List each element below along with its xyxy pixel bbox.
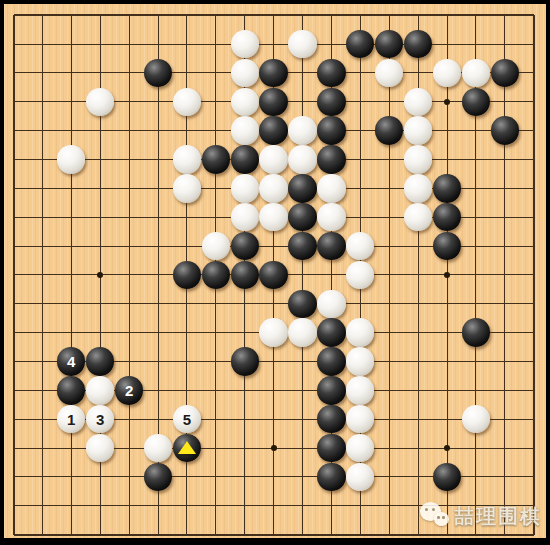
grid-line-horizontal	[14, 534, 534, 536]
black-stone	[317, 88, 345, 116]
black-stone	[173, 434, 201, 462]
black-stone	[173, 261, 201, 289]
white-stone	[86, 434, 114, 462]
black-stone	[433, 463, 461, 491]
black-stone	[433, 203, 461, 231]
black-stone	[317, 347, 345, 375]
grid-line-vertical	[389, 15, 390, 534]
white-stone	[231, 203, 259, 231]
black-stone	[433, 174, 461, 202]
white-stone	[231, 174, 259, 202]
black-stone	[202, 145, 230, 173]
white-stone	[346, 261, 374, 289]
white-stone	[404, 174, 432, 202]
black-stone	[375, 30, 403, 58]
black-stone	[317, 376, 345, 404]
white-stone: 1	[57, 405, 85, 433]
white-stone	[202, 232, 230, 260]
white-stone	[231, 88, 259, 116]
white-stone	[144, 434, 172, 462]
white-stone	[346, 347, 374, 375]
white-stone	[86, 376, 114, 404]
white-stone	[346, 405, 374, 433]
white-stone: 3	[86, 405, 114, 433]
black-stone	[144, 59, 172, 87]
grid-line-horizontal	[14, 303, 534, 304]
grid-line-horizontal	[14, 505, 534, 506]
white-stone	[317, 174, 345, 202]
white-stone	[317, 290, 345, 318]
white-stone	[173, 174, 201, 202]
star-point	[444, 445, 450, 451]
black-stone	[231, 261, 259, 289]
star-point	[444, 272, 450, 278]
white-stone	[86, 88, 114, 116]
white-stone	[346, 232, 374, 260]
black-stone	[375, 116, 403, 144]
black-stone	[462, 318, 490, 346]
star-point	[97, 272, 103, 278]
board-layer: 42135	[0, 0, 550, 545]
white-stone	[404, 116, 432, 144]
black-stone: 4	[57, 347, 85, 375]
move-number-label: 3	[96, 412, 104, 427]
black-stone	[317, 116, 345, 144]
grid-line-vertical	[533, 15, 535, 534]
star-point	[271, 445, 277, 451]
black-stone	[433, 232, 461, 260]
move-number-label: 1	[67, 412, 75, 427]
go-diagram: 42135 喆理围棋	[0, 0, 550, 545]
black-stone	[57, 376, 85, 404]
black-stone	[202, 261, 230, 289]
white-stone	[375, 59, 403, 87]
white-stone	[173, 145, 201, 173]
triangle-marker	[178, 441, 196, 454]
black-stone	[288, 290, 316, 318]
move-number-label: 2	[125, 383, 133, 398]
black-stone	[491, 116, 519, 144]
black-stone	[404, 30, 432, 58]
white-stone	[259, 145, 287, 173]
star-point	[444, 99, 450, 105]
white-stone	[462, 405, 490, 433]
black-stone	[231, 347, 259, 375]
move-number-label: 4	[67, 354, 75, 369]
white-stone	[288, 318, 316, 346]
black-stone	[346, 30, 374, 58]
black-stone	[288, 232, 316, 260]
black-stone	[259, 88, 287, 116]
black-stone	[317, 463, 345, 491]
black-stone	[231, 145, 259, 173]
white-stone	[346, 376, 374, 404]
black-stone	[259, 116, 287, 144]
black-stone	[491, 59, 519, 87]
white-stone	[404, 88, 432, 116]
white-stone	[433, 59, 461, 87]
white-stone: 5	[173, 405, 201, 433]
black-stone	[317, 318, 345, 346]
black-stone	[317, 405, 345, 433]
white-stone	[346, 463, 374, 491]
black-stone	[317, 145, 345, 173]
black-stone	[462, 88, 490, 116]
white-stone	[462, 59, 490, 87]
black-stone	[86, 347, 114, 375]
white-stone	[288, 30, 316, 58]
white-stone	[259, 174, 287, 202]
white-stone	[404, 203, 432, 231]
white-stone	[231, 116, 259, 144]
white-stone	[259, 318, 287, 346]
white-stone	[288, 116, 316, 144]
black-stone	[317, 434, 345, 462]
black-stone	[288, 203, 316, 231]
black-stone	[317, 59, 345, 87]
grid-line-vertical	[302, 15, 303, 534]
white-stone	[173, 88, 201, 116]
white-stone	[231, 30, 259, 58]
move-number-label: 5	[183, 412, 191, 427]
grid-line-vertical	[504, 15, 505, 534]
black-stone: 2	[115, 376, 143, 404]
white-stone	[404, 145, 432, 173]
white-stone	[288, 145, 316, 173]
white-stone	[317, 203, 345, 231]
black-stone	[259, 59, 287, 87]
white-stone	[57, 145, 85, 173]
white-stone	[346, 434, 374, 462]
black-stone	[288, 174, 316, 202]
black-stone	[144, 463, 172, 491]
white-stone	[259, 203, 287, 231]
black-stone	[317, 232, 345, 260]
black-stone	[259, 261, 287, 289]
white-stone	[346, 318, 374, 346]
black-stone	[231, 232, 259, 260]
white-stone	[231, 59, 259, 87]
